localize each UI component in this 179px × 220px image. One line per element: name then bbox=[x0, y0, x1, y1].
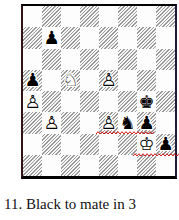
square-c2[interactable] bbox=[61, 134, 80, 155]
piece-white-pawn-e5[interactable]: ♟♙ bbox=[99, 70, 118, 91]
square-a8[interactable] bbox=[23, 6, 42, 27]
puzzle-caption: 11. Black to mate in 3 bbox=[4, 196, 136, 213]
square-g2[interactable]: ♚♔ bbox=[137, 134, 156, 155]
square-f1[interactable] bbox=[118, 155, 137, 176]
square-g8[interactable] bbox=[137, 6, 156, 27]
white-pawn-icon: ♙ bbox=[99, 70, 118, 91]
white-pawn-icon: ♙ bbox=[42, 112, 61, 133]
square-a4[interactable]: ♟♙ bbox=[23, 91, 42, 112]
piece-white-pawn-b3[interactable]: ♟♙ bbox=[42, 112, 61, 133]
square-c8[interactable] bbox=[61, 6, 80, 27]
square-d7[interactable] bbox=[80, 27, 99, 48]
piece-black-pawn-h2[interactable]: ♟ bbox=[156, 134, 175, 155]
square-h4[interactable] bbox=[156, 91, 175, 112]
black-pawn-icon: ♟ bbox=[23, 70, 42, 91]
black-king-icon: ♚ bbox=[137, 91, 156, 112]
square-e8[interactable] bbox=[99, 6, 118, 27]
white-pawn-icon: ♙ bbox=[23, 91, 42, 112]
square-e5[interactable]: ♟♙ bbox=[99, 70, 118, 91]
squiggle-under-g2-h2 bbox=[133, 153, 178, 157]
square-e2[interactable] bbox=[99, 134, 118, 155]
square-f6[interactable] bbox=[118, 49, 137, 70]
square-c7[interactable] bbox=[61, 27, 80, 48]
square-e1[interactable] bbox=[99, 155, 118, 176]
square-c5[interactable]: ♞♘ bbox=[61, 70, 80, 91]
square-b1[interactable] bbox=[42, 155, 61, 176]
square-d5[interactable] bbox=[80, 70, 99, 91]
square-d4[interactable] bbox=[80, 91, 99, 112]
square-g1[interactable] bbox=[137, 155, 156, 176]
square-f2[interactable] bbox=[118, 134, 137, 155]
square-d8[interactable] bbox=[80, 6, 99, 27]
square-b5[interactable] bbox=[42, 70, 61, 91]
square-g4[interactable]: ♚ bbox=[137, 91, 156, 112]
square-b2[interactable] bbox=[42, 134, 61, 155]
black-pawn-icon: ♟ bbox=[42, 27, 61, 48]
square-g5[interactable] bbox=[137, 70, 156, 91]
square-c1[interactable] bbox=[61, 155, 80, 176]
square-h7[interactable] bbox=[156, 27, 175, 48]
square-e7[interactable] bbox=[99, 27, 118, 48]
piece-black-pawn-a5[interactable]: ♟ bbox=[23, 70, 42, 91]
square-a3[interactable] bbox=[23, 112, 42, 133]
square-f5[interactable] bbox=[118, 70, 137, 91]
square-c4[interactable] bbox=[61, 91, 80, 112]
square-d2[interactable] bbox=[80, 134, 99, 155]
square-g6[interactable] bbox=[137, 49, 156, 70]
square-f8[interactable] bbox=[118, 6, 137, 27]
square-e4[interactable] bbox=[99, 91, 118, 112]
square-h8[interactable] bbox=[156, 6, 175, 27]
square-b8[interactable] bbox=[42, 6, 61, 27]
piece-white-pawn-a4[interactable]: ♟♙ bbox=[23, 91, 42, 112]
square-d6[interactable] bbox=[80, 49, 99, 70]
square-c3[interactable] bbox=[61, 112, 80, 133]
square-d1[interactable] bbox=[80, 155, 99, 176]
square-a7[interactable] bbox=[23, 27, 42, 48]
square-b4[interactable] bbox=[42, 91, 61, 112]
square-h2[interactable]: ♟ bbox=[156, 134, 175, 155]
square-c6[interactable] bbox=[61, 49, 80, 70]
black-pawn-icon: ♟ bbox=[156, 134, 175, 155]
square-f7[interactable] bbox=[118, 27, 137, 48]
white-knight-icon: ♘ bbox=[61, 70, 80, 91]
square-a6[interactable] bbox=[23, 49, 42, 70]
square-h6[interactable] bbox=[156, 49, 175, 70]
piece-black-king-g4[interactable]: ♚ bbox=[137, 91, 156, 112]
square-a1[interactable] bbox=[23, 155, 42, 176]
square-e6[interactable] bbox=[99, 49, 118, 70]
square-a2[interactable] bbox=[23, 134, 42, 155]
square-b7[interactable]: ♟ bbox=[42, 27, 61, 48]
square-b3[interactable]: ♟♙ bbox=[42, 112, 61, 133]
square-f4[interactable] bbox=[118, 91, 137, 112]
square-g7[interactable] bbox=[137, 27, 156, 48]
piece-black-pawn-b7[interactable]: ♟ bbox=[42, 27, 61, 48]
white-king-icon: ♔ bbox=[137, 134, 156, 155]
square-h1[interactable] bbox=[156, 155, 175, 176]
square-b6[interactable] bbox=[42, 49, 61, 70]
piece-white-king-g2[interactable]: ♚♔ bbox=[137, 134, 156, 155]
square-a5[interactable]: ♟ bbox=[23, 70, 42, 91]
square-h5[interactable] bbox=[156, 70, 175, 91]
square-h3[interactable] bbox=[156, 112, 175, 133]
squiggle-under-e3-f3-g3 bbox=[96, 131, 154, 135]
piece-white-knight-c5[interactable]: ♞♘ bbox=[61, 70, 80, 91]
